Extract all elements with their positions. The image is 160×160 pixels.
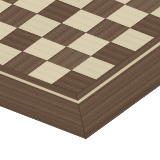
chess-board: [0, 0, 160, 139]
photo-background: [0, 0, 160, 160]
